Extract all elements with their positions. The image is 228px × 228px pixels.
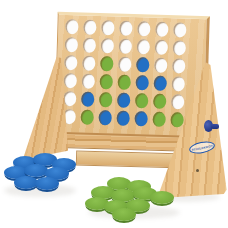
green-disc xyxy=(118,74,131,89)
board-cell-r3c6 xyxy=(152,56,171,75)
board-cell-r3c2 xyxy=(79,53,98,72)
board-cell-r1c7 xyxy=(171,20,190,39)
product-photo-connect-four: SCHILDKRÖT xyxy=(0,0,228,228)
board-cell-r1c3 xyxy=(98,18,117,37)
empty-hole xyxy=(83,19,96,34)
green-disc xyxy=(171,112,184,127)
blue-disc xyxy=(81,91,94,106)
empty-hole xyxy=(101,20,114,35)
green-disc xyxy=(99,92,112,107)
board-cell-r2c1 xyxy=(62,35,81,54)
blue-disc xyxy=(135,111,148,126)
green-disc xyxy=(80,109,93,124)
board-cell-r6c4 xyxy=(114,108,133,127)
board-cell-r5c3 xyxy=(96,90,115,109)
blue-disc xyxy=(117,92,130,107)
empty-hole xyxy=(63,72,76,87)
blue-disc xyxy=(116,110,129,125)
empty-hole xyxy=(64,36,77,51)
board-cell-r5c5 xyxy=(133,91,152,110)
green-disc xyxy=(135,93,148,108)
green-disc xyxy=(100,56,113,71)
board-cell-r1c1 xyxy=(62,17,81,36)
board-cell-r2c3 xyxy=(98,36,117,55)
blue-disc xyxy=(154,75,167,90)
blue-disc xyxy=(98,110,111,125)
board-cell-r4c6 xyxy=(151,74,170,93)
board-grid xyxy=(55,15,206,136)
empty-hole xyxy=(82,55,95,70)
board-cell-r3c5 xyxy=(134,55,153,74)
empty-hole xyxy=(171,94,184,109)
board-cell-r6c6 xyxy=(150,110,169,129)
board-cell-r1c4 xyxy=(117,19,136,38)
empty-hole xyxy=(172,76,185,91)
board-cell-r4c5 xyxy=(133,73,152,92)
board-cell-r1c6 xyxy=(153,20,172,39)
board-cell-r2c7 xyxy=(170,38,189,57)
board-cell-r4c2 xyxy=(79,71,98,90)
board-cell-r6c5 xyxy=(132,109,151,128)
brand-logo-text: SCHILDKRÖT xyxy=(191,143,213,151)
empty-hole xyxy=(155,39,168,54)
board-cell-r5c4 xyxy=(114,91,133,110)
board-cell-r1c5 xyxy=(135,19,154,38)
green-disc xyxy=(153,111,166,126)
empty-hole xyxy=(119,38,132,53)
board-cell-r5c6 xyxy=(151,92,170,111)
empty-hole xyxy=(155,21,168,36)
empty-hole xyxy=(172,58,185,73)
empty-hole xyxy=(65,18,78,33)
board-cell-r3c3 xyxy=(97,54,116,73)
screw-dot xyxy=(196,169,199,172)
empty-hole xyxy=(118,56,131,71)
empty-hole xyxy=(137,39,150,54)
empty-hole xyxy=(81,73,94,88)
board-cell-r5c2 xyxy=(78,89,97,108)
board-cell-r2c6 xyxy=(152,38,171,57)
board-cell-r2c2 xyxy=(80,35,99,54)
board-cell-r2c4 xyxy=(116,37,135,56)
board-cell-r3c4 xyxy=(115,55,134,74)
board-cell-r2c5 xyxy=(134,37,153,56)
empty-hole xyxy=(154,57,167,72)
empty-hole xyxy=(173,40,186,55)
green-loose-disc xyxy=(112,208,136,221)
board-cell-r6c2 xyxy=(78,107,97,126)
green-loose-disc xyxy=(150,191,174,204)
empty-hole xyxy=(174,22,187,37)
green-disc xyxy=(99,74,112,89)
wing-knob-tip xyxy=(211,124,219,129)
board-cell-r3c1 xyxy=(61,53,80,72)
empty-hole xyxy=(119,20,132,35)
blue-loose-disc xyxy=(35,177,59,190)
empty-hole xyxy=(64,54,77,69)
empty-hole xyxy=(100,38,113,53)
green-disc xyxy=(153,93,166,108)
board-cell-r4c3 xyxy=(97,72,116,91)
empty-hole xyxy=(137,21,150,36)
board-cell-r1c2 xyxy=(80,17,99,36)
empty-hole xyxy=(82,37,95,52)
blue-disc xyxy=(136,75,149,90)
board-cell-r4c7 xyxy=(169,74,188,93)
board-cell-r6c3 xyxy=(96,108,115,127)
board-cell-r3c7 xyxy=(170,56,189,75)
blue-disc xyxy=(136,57,149,72)
board-cell-r5c7 xyxy=(169,92,188,111)
board-cell-r4c4 xyxy=(115,73,134,92)
